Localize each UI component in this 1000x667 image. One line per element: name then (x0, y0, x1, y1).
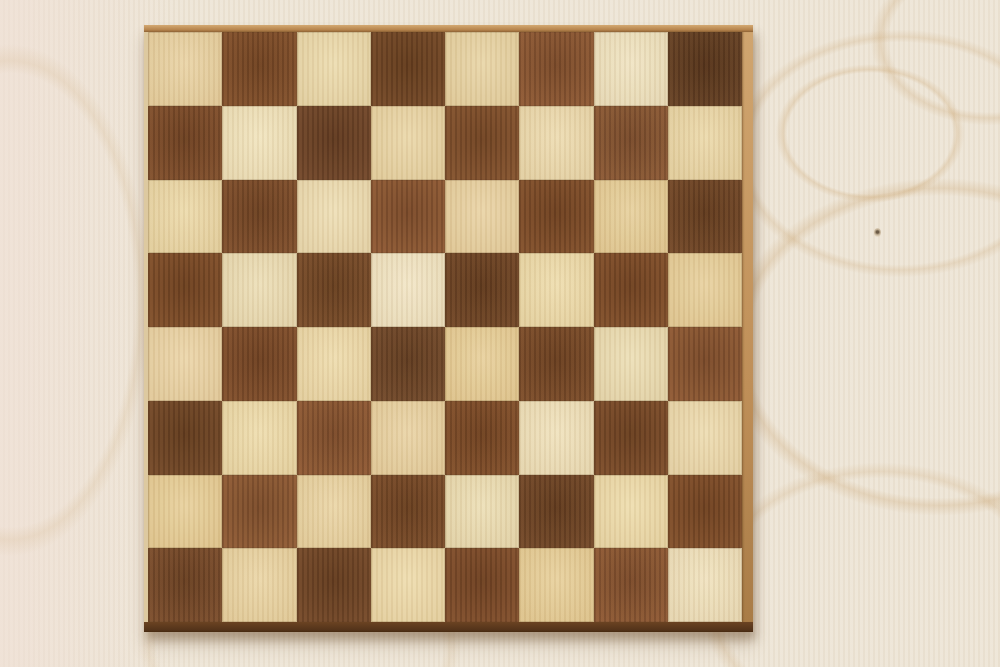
board-square[interactable] (297, 475, 371, 549)
board-square[interactable] (148, 253, 222, 327)
board-square[interactable] (519, 106, 593, 180)
board-square[interactable] (594, 180, 668, 254)
board-square[interactable] (222, 548, 296, 622)
board-square[interactable] (371, 401, 445, 475)
board-square[interactable] (297, 548, 371, 622)
board-square[interactable] (445, 32, 519, 106)
board-square[interactable] (371, 106, 445, 180)
plywood-knot (874, 228, 881, 237)
board-square[interactable] (148, 32, 222, 106)
board-square[interactable] (371, 327, 445, 401)
board-square[interactable] (519, 475, 593, 549)
board-square[interactable] (297, 327, 371, 401)
plywood-background (0, 0, 1000, 667)
board-square[interactable] (222, 327, 296, 401)
board-square[interactable] (668, 253, 742, 327)
board-square[interactable] (445, 327, 519, 401)
board-square[interactable] (222, 106, 296, 180)
board-square[interactable] (148, 180, 222, 254)
board-square[interactable] (371, 548, 445, 622)
board-square[interactable] (519, 32, 593, 106)
board-square[interactable] (148, 401, 222, 475)
board-grid (148, 32, 742, 622)
board-edge-bottom (144, 622, 753, 632)
board-square[interactable] (222, 475, 296, 549)
board-square[interactable] (594, 32, 668, 106)
board-edge-right (742, 32, 753, 622)
chess-board (144, 25, 753, 632)
board-square[interactable] (594, 548, 668, 622)
board-square[interactable] (148, 327, 222, 401)
board-square[interactable] (668, 327, 742, 401)
board-square[interactable] (594, 253, 668, 327)
board-square[interactable] (519, 180, 593, 254)
board-square[interactable] (371, 475, 445, 549)
board-square[interactable] (148, 548, 222, 622)
board-square[interactable] (297, 401, 371, 475)
board-square[interactable] (668, 32, 742, 106)
board-square[interactable] (371, 180, 445, 254)
board-square[interactable] (371, 253, 445, 327)
board-square[interactable] (148, 106, 222, 180)
board-square[interactable] (445, 253, 519, 327)
board-square[interactable] (445, 475, 519, 549)
board-square[interactable] (222, 32, 296, 106)
board-square[interactable] (668, 106, 742, 180)
board-square[interactable] (594, 475, 668, 549)
board-square[interactable] (445, 401, 519, 475)
board-square[interactable] (519, 253, 593, 327)
board-square[interactable] (594, 401, 668, 475)
board-square[interactable] (594, 106, 668, 180)
board-square[interactable] (668, 401, 742, 475)
board-square[interactable] (519, 401, 593, 475)
board-square[interactable] (519, 327, 593, 401)
board-square[interactable] (445, 180, 519, 254)
board-square[interactable] (297, 106, 371, 180)
board-edge-top (144, 25, 753, 32)
board-square[interactable] (148, 475, 222, 549)
board-square[interactable] (222, 401, 296, 475)
board-square[interactable] (222, 180, 296, 254)
board-square[interactable] (297, 32, 371, 106)
board-square[interactable] (668, 548, 742, 622)
board-square[interactable] (222, 253, 296, 327)
board-square[interactable] (297, 180, 371, 254)
board-square[interactable] (371, 32, 445, 106)
board-square[interactable] (519, 548, 593, 622)
board-square[interactable] (594, 327, 668, 401)
board-square[interactable] (668, 180, 742, 254)
board-square[interactable] (297, 253, 371, 327)
board-square[interactable] (445, 548, 519, 622)
board-square[interactable] (445, 106, 519, 180)
board-square[interactable] (668, 475, 742, 549)
